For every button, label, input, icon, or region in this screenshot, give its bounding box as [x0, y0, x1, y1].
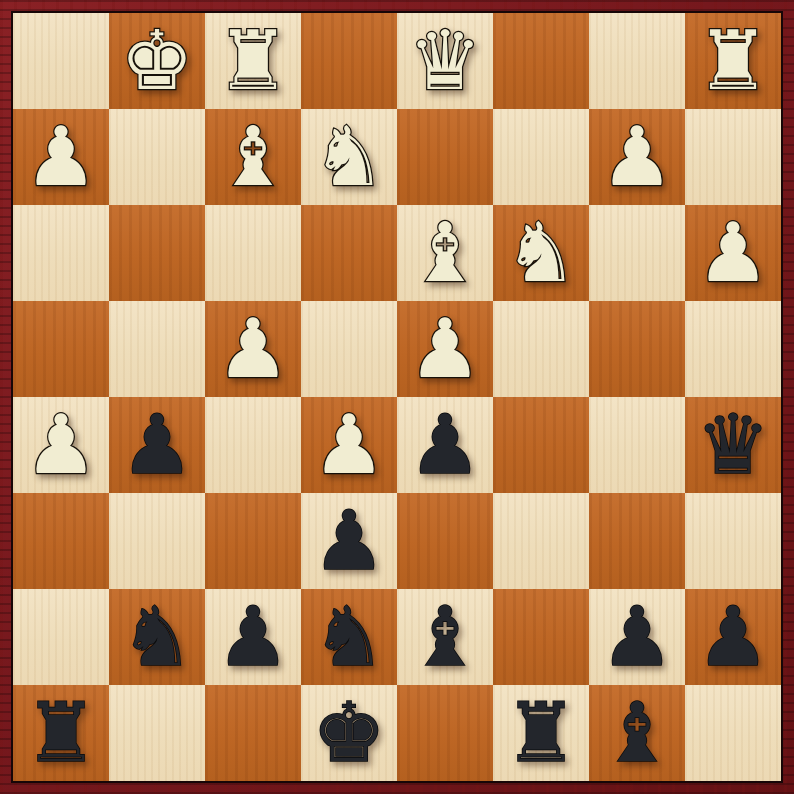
square-h3[interactable]: [13, 205, 109, 301]
black-pawn-icon[interactable]: ♟: [408, 397, 482, 493]
square-b1[interactable]: [589, 13, 685, 109]
square-d4[interactable]: ♟: [397, 301, 493, 397]
square-h1[interactable]: [13, 13, 109, 109]
board-inner-border: ♚♜♛♜♟♝♞♟♝♞♟♟♟♟♟♟♟♛♟♞♟♞♝♟♟♜♚♜♝: [11, 11, 783, 783]
black-knight-icon[interactable]: ♞: [312, 589, 386, 685]
square-b8[interactable]: ♝: [589, 685, 685, 781]
square-c4[interactable]: [493, 301, 589, 397]
square-a1[interactable]: ♜: [685, 13, 781, 109]
square-h2[interactable]: ♟: [13, 109, 109, 205]
white-pawn-icon[interactable]: ♟: [24, 397, 98, 493]
square-h5[interactable]: ♟: [13, 397, 109, 493]
white-king-icon[interactable]: ♚: [120, 13, 194, 109]
white-rook-icon[interactable]: ♜: [216, 13, 290, 109]
white-pawn-icon[interactable]: ♟: [216, 301, 290, 397]
square-f5[interactable]: [205, 397, 301, 493]
square-a8[interactable]: [685, 685, 781, 781]
square-h8[interactable]: ♜: [13, 685, 109, 781]
square-g6[interactable]: [109, 493, 205, 589]
black-pawn-icon[interactable]: ♟: [312, 493, 386, 589]
square-c6[interactable]: [493, 493, 589, 589]
white-knight-icon[interactable]: ♞: [504, 205, 578, 301]
square-a5[interactable]: ♛: [685, 397, 781, 493]
square-c7[interactable]: [493, 589, 589, 685]
white-rook-icon[interactable]: ♜: [696, 13, 770, 109]
square-f6[interactable]: [205, 493, 301, 589]
square-h6[interactable]: [13, 493, 109, 589]
white-pawn-icon[interactable]: ♟: [696, 205, 770, 301]
black-queen-icon[interactable]: ♛: [696, 397, 770, 493]
square-b2[interactable]: ♟: [589, 109, 685, 205]
square-e4[interactable]: [301, 301, 397, 397]
square-h7[interactable]: [13, 589, 109, 685]
white-knight-icon[interactable]: ♞: [312, 109, 386, 205]
square-h4[interactable]: [13, 301, 109, 397]
chess-board: ♚♜♛♜♟♝♞♟♝♞♟♟♟♟♟♟♟♛♟♞♟♞♝♟♟♜♚♜♝: [13, 13, 781, 781]
white-pawn-icon[interactable]: ♟: [408, 301, 482, 397]
square-f3[interactable]: [205, 205, 301, 301]
square-g5[interactable]: ♟: [109, 397, 205, 493]
black-pawn-icon[interactable]: ♟: [696, 589, 770, 685]
white-bishop-icon[interactable]: ♝: [216, 109, 290, 205]
square-c1[interactable]: [493, 13, 589, 109]
square-d2[interactable]: [397, 109, 493, 205]
square-d1[interactable]: ♛: [397, 13, 493, 109]
square-e8[interactable]: ♚: [301, 685, 397, 781]
square-f7[interactable]: ♟: [205, 589, 301, 685]
square-f8[interactable]: [205, 685, 301, 781]
square-e1[interactable]: [301, 13, 397, 109]
square-d6[interactable]: [397, 493, 493, 589]
square-f1[interactable]: ♜: [205, 13, 301, 109]
black-rook-icon[interactable]: ♜: [24, 685, 98, 781]
square-d5[interactable]: ♟: [397, 397, 493, 493]
black-rook-icon[interactable]: ♜: [504, 685, 578, 781]
white-pawn-icon[interactable]: ♟: [600, 109, 674, 205]
square-f4[interactable]: ♟: [205, 301, 301, 397]
square-a2[interactable]: [685, 109, 781, 205]
square-e2[interactable]: ♞: [301, 109, 397, 205]
black-king-icon[interactable]: ♚: [312, 685, 386, 781]
square-e5[interactable]: ♟: [301, 397, 397, 493]
black-pawn-icon[interactable]: ♟: [120, 397, 194, 493]
square-b7[interactable]: ♟: [589, 589, 685, 685]
square-g2[interactable]: [109, 109, 205, 205]
square-a6[interactable]: [685, 493, 781, 589]
square-e6[interactable]: ♟: [301, 493, 397, 589]
white-queen-icon[interactable]: ♛: [408, 13, 482, 109]
square-d7[interactable]: ♝: [397, 589, 493, 685]
black-knight-icon[interactable]: ♞: [120, 589, 194, 685]
board-frame: ♚♜♛♜♟♝♞♟♝♞♟♟♟♟♟♟♟♛♟♞♟♞♝♟♟♜♚♜♝: [0, 0, 794, 794]
square-c3[interactable]: ♞: [493, 205, 589, 301]
black-bishop-icon[interactable]: ♝: [408, 589, 482, 685]
square-c5[interactable]: [493, 397, 589, 493]
black-pawn-icon[interactable]: ♟: [600, 589, 674, 685]
white-bishop-icon[interactable]: ♝: [408, 205, 482, 301]
square-d3[interactable]: ♝: [397, 205, 493, 301]
square-g7[interactable]: ♞: [109, 589, 205, 685]
square-g8[interactable]: [109, 685, 205, 781]
square-c8[interactable]: ♜: [493, 685, 589, 781]
square-a7[interactable]: ♟: [685, 589, 781, 685]
square-e7[interactable]: ♞: [301, 589, 397, 685]
square-a4[interactable]: [685, 301, 781, 397]
square-g1[interactable]: ♚: [109, 13, 205, 109]
white-pawn-icon[interactable]: ♟: [24, 109, 98, 205]
square-b5[interactable]: [589, 397, 685, 493]
square-b3[interactable]: [589, 205, 685, 301]
square-b4[interactable]: [589, 301, 685, 397]
square-f2[interactable]: ♝: [205, 109, 301, 205]
square-d8[interactable]: [397, 685, 493, 781]
square-g3[interactable]: [109, 205, 205, 301]
square-c2[interactable]: [493, 109, 589, 205]
square-e3[interactable]: [301, 205, 397, 301]
black-pawn-icon[interactable]: ♟: [216, 589, 290, 685]
square-b6[interactable]: [589, 493, 685, 589]
square-a3[interactable]: ♟: [685, 205, 781, 301]
black-bishop-icon[interactable]: ♝: [600, 685, 674, 781]
white-pawn-icon[interactable]: ♟: [312, 397, 386, 493]
square-g4[interactable]: [109, 301, 205, 397]
